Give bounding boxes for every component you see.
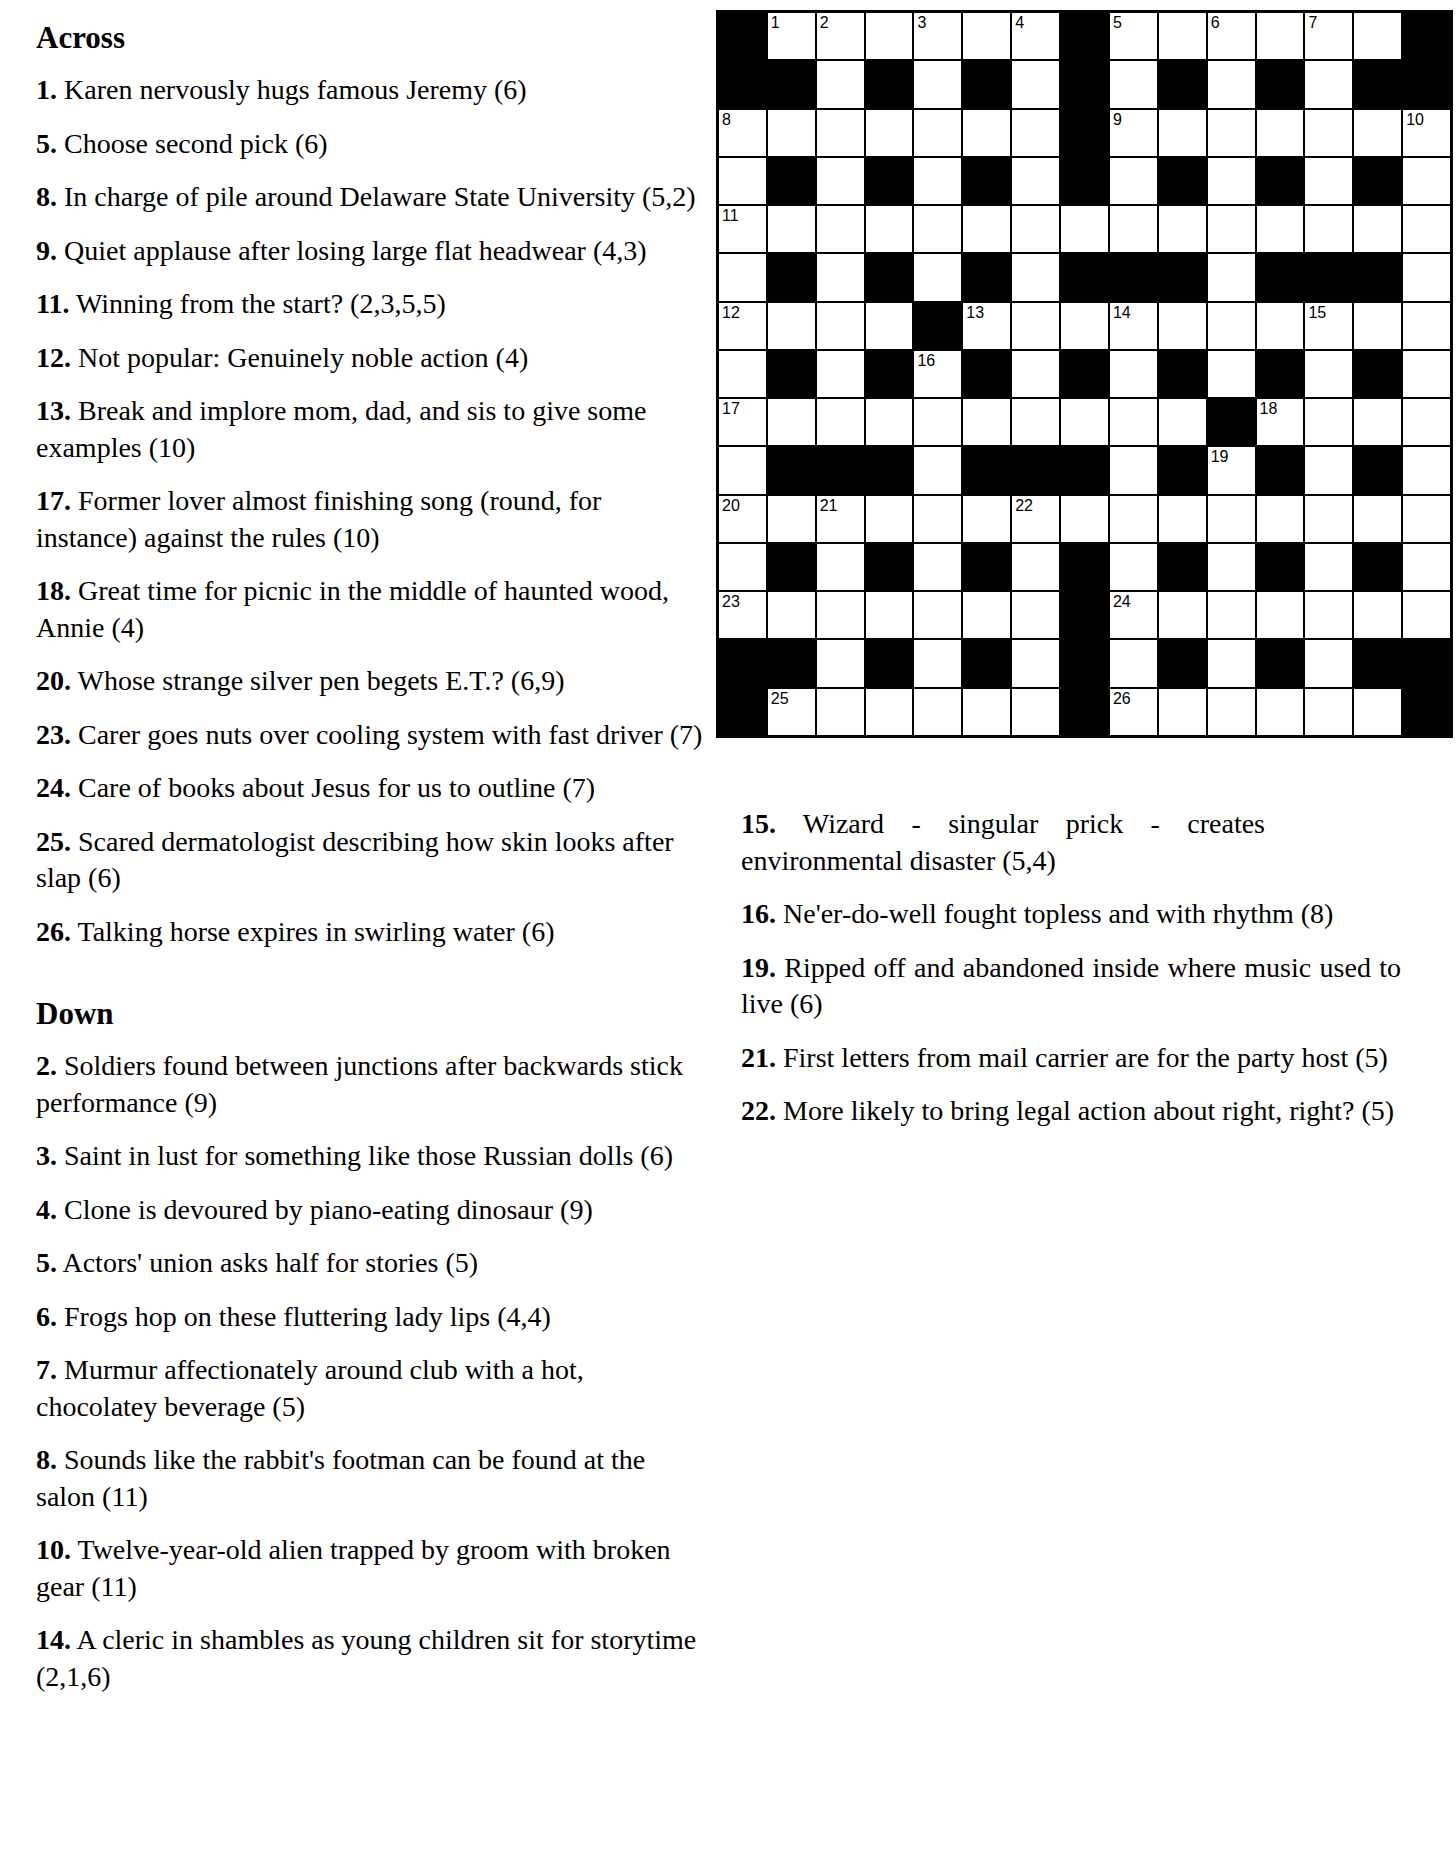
cell-number: 19: [1211, 448, 1229, 466]
cell-r8c4: [866, 351, 913, 397]
cell-number: 17: [722, 400, 740, 418]
clue-number: 23.: [36, 719, 71, 750]
cell-r5c8[interactable]: [1061, 206, 1108, 252]
cell-number: 4: [1015, 14, 1024, 32]
cell-r15c12[interactable]: [1257, 689, 1304, 735]
cell-number: 5: [1113, 14, 1122, 32]
cell-r9c10[interactable]: [1159, 399, 1206, 445]
cell-r3c2[interactable]: [768, 110, 815, 156]
cell-r5c13[interactable]: [1305, 206, 1352, 252]
cell-r10c6: [963, 447, 1010, 493]
cell-r6c15[interactable]: [1403, 254, 1450, 300]
cell-r9c5[interactable]: [914, 399, 961, 445]
cell-number: 11: [722, 207, 739, 225]
cell-r6c12: [1257, 254, 1304, 300]
cell-r10c10: [1159, 447, 1206, 493]
clue-number: 7.: [36, 1354, 57, 1385]
cell-r12c14: [1354, 544, 1401, 590]
cell-r15c11[interactable]: [1208, 689, 1255, 735]
clue-number: 21.: [741, 1042, 776, 1073]
cell-r2c13[interactable]: [1305, 61, 1352, 107]
clue-number: 10.: [36, 1534, 71, 1565]
cell-r13c3[interactable]: [817, 592, 864, 638]
cell-r5c10[interactable]: [1159, 206, 1206, 252]
cell-r6c2: [768, 254, 815, 300]
cell-r5c15[interactable]: [1403, 206, 1450, 252]
cell-r5c4[interactable]: [866, 206, 913, 252]
cell-number: 3: [917, 14, 926, 32]
cell-r5c9[interactable]: [1110, 206, 1157, 252]
cell-r8c1[interactable]: [719, 351, 766, 397]
cell-number: 12: [722, 304, 740, 322]
cell-r10c13[interactable]: [1305, 447, 1352, 493]
cell-r6c4: [866, 254, 913, 300]
cell-r4c1[interactable]: [719, 158, 766, 204]
clue-across-24: 24. Care of books about Jesus for us to …: [36, 770, 708, 807]
cell-r7c4[interactable]: [866, 303, 913, 349]
clue-down_left-3: 3. Saint in lust for something like thos…: [36, 1138, 708, 1175]
clue-across-11: 11. Winning from the start? (2,3,5,5): [36, 286, 708, 323]
cell-r8c12: [1257, 351, 1304, 397]
cell-r15c13[interactable]: [1305, 689, 1352, 735]
clue-number: 4.: [36, 1194, 57, 1225]
cell-r8c2: [768, 351, 815, 397]
cell-r4c4: [866, 158, 913, 204]
cell-r5c5[interactable]: [914, 206, 961, 252]
cell-r6c1[interactable]: [719, 254, 766, 300]
cell-r5c1[interactable]: 11: [719, 206, 766, 252]
clue-across-8: 8. In charge of pile around Delaware Sta…: [36, 179, 708, 216]
cell-r3c14[interactable]: [1354, 110, 1401, 156]
cell-r6c14: [1354, 254, 1401, 300]
cell-r13c12[interactable]: [1257, 592, 1304, 638]
cell-r3c9[interactable]: 9: [1110, 110, 1157, 156]
cell-number: 20: [722, 497, 740, 515]
cell-r4c3[interactable]: [817, 158, 864, 204]
cell-r1c9[interactable]: 5: [1110, 13, 1157, 59]
cell-r10c2: [768, 447, 815, 493]
cell-r13c13[interactable]: [1305, 592, 1352, 638]
cell-r1c14[interactable]: [1354, 13, 1401, 59]
clue-down_left-2: 2. Soldiers found between junctions afte…: [36, 1048, 708, 1121]
clue-down_right-16: 16. Ne'er-do-well fought topless and wit…: [741, 896, 1401, 933]
clue-number: 20.: [36, 665, 71, 696]
clue-down_left-10: 10. Twelve-year-old alien trapped by gro…: [36, 1532, 708, 1605]
cell-r2c8: [1061, 61, 1108, 107]
across-heading: Across: [36, 20, 708, 56]
clue-across-26: 26. Talking horse expires in swirling wa…: [36, 914, 708, 951]
cell-r12c12: [1257, 544, 1304, 590]
clue-number: 15.: [741, 808, 776, 839]
cell-r11c12[interactable]: [1257, 496, 1304, 542]
cell-r1c2[interactable]: 1: [768, 13, 815, 59]
cell-r11c5[interactable]: [914, 496, 961, 542]
cell-r10c9[interactable]: [1110, 447, 1157, 493]
clue-across-13: 13. Break and implore mom, dad, and sis …: [36, 393, 708, 466]
clue-across-1: 1. Karen nervously hugs famous Jeremy (6…: [36, 72, 708, 109]
clue-down_left-5: 5. Actors' union asks half for stories (…: [36, 1245, 708, 1282]
cell-r12c2: [768, 544, 815, 590]
cell-r10c7: [1012, 447, 1059, 493]
cell-r12c6: [963, 544, 1010, 590]
cell-r13c4[interactable]: [866, 592, 913, 638]
cell-r3c4[interactable]: [866, 110, 913, 156]
cell-r8c15[interactable]: [1403, 351, 1450, 397]
cell-r1c7[interactable]: 4: [1012, 13, 1059, 59]
cell-r15c14[interactable]: [1354, 689, 1401, 735]
cell-r9c7[interactable]: [1012, 399, 1059, 445]
cell-r12c13[interactable]: [1305, 544, 1352, 590]
cell-r13c15[interactable]: [1403, 592, 1450, 638]
clue-across-12: 12. Not popular: Genuinely noble action …: [36, 340, 708, 377]
cell-r5c12[interactable]: [1257, 206, 1304, 252]
cell-r11c9[interactable]: [1110, 496, 1157, 542]
clue-down_left-14: 14. A cleric in shambles as young childr…: [36, 1622, 708, 1695]
cell-r4c9[interactable]: [1110, 158, 1157, 204]
cell-r13c8: [1061, 592, 1108, 638]
clue-number: 26.: [36, 916, 71, 947]
cell-r6c13: [1305, 254, 1352, 300]
cell-r14c14: [1354, 640, 1401, 686]
cell-r14c6: [963, 640, 1010, 686]
clue-number: 8.: [36, 1444, 57, 1475]
cell-number: 9: [1113, 111, 1122, 129]
cell-r9c11: [1208, 399, 1255, 445]
cell-r2c14: [1354, 61, 1401, 107]
cell-r3c12[interactable]: [1257, 110, 1304, 156]
cell-r8c5[interactable]: 16: [914, 351, 961, 397]
cell-r2c15: [1403, 61, 1450, 107]
clue-number: 11.: [36, 288, 69, 319]
cell-r15c9[interactable]: 26: [1110, 689, 1157, 735]
cell-r11c13[interactable]: [1305, 496, 1352, 542]
cell-r7c10[interactable]: [1159, 303, 1206, 349]
cell-r13c2[interactable]: [768, 592, 815, 638]
cell-r3c7[interactable]: [1012, 110, 1059, 156]
cell-number: 26: [1113, 690, 1131, 708]
cell-r6c8: [1061, 254, 1108, 300]
cell-r8c13[interactable]: [1305, 351, 1352, 397]
cell-r13c5[interactable]: [914, 592, 961, 638]
cell-r3c13[interactable]: [1305, 110, 1352, 156]
cell-r9c6[interactable]: [963, 399, 1010, 445]
cell-r9c4[interactable]: [866, 399, 913, 445]
cell-r4c13[interactable]: [1305, 158, 1352, 204]
cell-r14c8: [1061, 640, 1108, 686]
cell-number: 6: [1211, 14, 1220, 32]
cell-r7c12[interactable]: [1257, 303, 1304, 349]
cell-r7c14[interactable]: [1354, 303, 1401, 349]
cell-r15c6[interactable]: [963, 689, 1010, 735]
cell-number: 2: [820, 14, 829, 32]
cell-r11c4[interactable]: [866, 496, 913, 542]
clue-number: 9.: [36, 235, 57, 266]
clue-across-18: 18. Great time for picnic in the middle …: [36, 573, 708, 646]
cell-r4c14: [1354, 158, 1401, 204]
cell-r8c7[interactable]: [1012, 351, 1059, 397]
cell-r3c5[interactable]: [914, 110, 961, 156]
cell-r11c14[interactable]: [1354, 496, 1401, 542]
clues-right-column: 15. Wizard - singular prick - creates en…: [741, 806, 1401, 1147]
cell-r1c5[interactable]: 3: [914, 13, 961, 59]
cell-r14c15: [1403, 640, 1450, 686]
cell-r5c7[interactable]: [1012, 206, 1059, 252]
clue-number: 5.: [36, 128, 57, 159]
down-clues-list-left: 2. Soldiers found between junctions afte…: [36, 1048, 708, 1695]
clue-number: 16.: [741, 898, 776, 929]
clue-down_left-6: 6. Frogs hop on these fluttering lady li…: [36, 1299, 708, 1336]
cell-r3c10[interactable]: [1159, 110, 1206, 156]
cell-r15c1: [719, 689, 766, 735]
cell-r7c7[interactable]: [1012, 303, 1059, 349]
clue-number: 17.: [36, 485, 71, 516]
cell-r9c12[interactable]: 18: [1257, 399, 1304, 445]
cell-number: 18: [1260, 400, 1278, 418]
crossword-grid: 1234567891011121314151617181920212223242…: [716, 10, 1453, 738]
cell-r11c6[interactable]: [963, 496, 1010, 542]
cell-r8c11[interactable]: [1208, 351, 1255, 397]
cell-r7c9[interactable]: 14: [1110, 303, 1157, 349]
cell-r15c15: [1403, 689, 1450, 735]
cell-r1c12[interactable]: [1257, 13, 1304, 59]
cell-r2c11[interactable]: [1208, 61, 1255, 107]
cell-r6c7[interactable]: [1012, 254, 1059, 300]
clues-left-column: Across 1. Karen nervously hugs famous Je…: [36, 20, 708, 1712]
cell-r7c15[interactable]: [1403, 303, 1450, 349]
cell-number: 22: [1015, 497, 1033, 515]
cell-r1c3[interactable]: 2: [817, 13, 864, 59]
clue-number: 5.: [36, 1247, 57, 1278]
cell-r14c12: [1257, 640, 1304, 686]
cell-r3c11[interactable]: [1208, 110, 1255, 156]
cell-r4c7[interactable]: [1012, 158, 1059, 204]
cell-r2c3[interactable]: [817, 61, 864, 107]
cell-number: 8: [722, 111, 731, 129]
cell-r4c2: [768, 158, 815, 204]
cell-r10c11[interactable]: 19: [1208, 447, 1255, 493]
clue-down_right-19: 19. Ripped off and abandoned inside wher…: [741, 950, 1401, 1023]
cell-r4c11[interactable]: [1208, 158, 1255, 204]
clue-down_left-7: 7. Murmur affectionately around club wit…: [36, 1352, 708, 1425]
cell-r10c15[interactable]: [1403, 447, 1450, 493]
cell-r12c9[interactable]: [1110, 544, 1157, 590]
cell-r15c8: [1061, 689, 1108, 735]
cell-r2c10: [1159, 61, 1206, 107]
cell-r11c15[interactable]: [1403, 496, 1450, 542]
cell-r9c13[interactable]: [1305, 399, 1352, 445]
clue-down_right-21: 21. First letters from mail carrier are …: [741, 1040, 1401, 1077]
cell-r8c10: [1159, 351, 1206, 397]
cell-r4c6: [963, 158, 1010, 204]
clue-across-17: 17. Former lover almost finishing song (…: [36, 483, 708, 556]
cell-r2c5[interactable]: [914, 61, 961, 107]
cell-r7c3[interactable]: [817, 303, 864, 349]
across-clues-list: 1. Karen nervously hugs famous Jeremy (6…: [36, 72, 708, 950]
cell-r2c9[interactable]: [1110, 61, 1157, 107]
cell-r12c10: [1159, 544, 1206, 590]
cell-r8c6: [963, 351, 1010, 397]
cell-r1c1: [719, 13, 766, 59]
cell-r2c7[interactable]: [1012, 61, 1059, 107]
clue-down_left-8: 8. Sounds like the rabbit's footman can …: [36, 1442, 708, 1515]
cell-r8c3[interactable]: [817, 351, 864, 397]
cell-r12c7[interactable]: [1012, 544, 1059, 590]
cell-r14c10: [1159, 640, 1206, 686]
cell-number: 21: [820, 497, 838, 515]
cell-r10c8: [1061, 447, 1108, 493]
cell-number: 15: [1308, 304, 1326, 322]
cell-r8c9[interactable]: [1110, 351, 1157, 397]
cell-r14c4: [866, 640, 913, 686]
down-heading: Down: [36, 996, 708, 1032]
cell-r10c14: [1354, 447, 1401, 493]
cell-r8c14: [1354, 351, 1401, 397]
cell-r14c9[interactable]: [1110, 640, 1157, 686]
cell-r12c5[interactable]: [914, 544, 961, 590]
clue-number: 22.: [741, 1095, 776, 1126]
clue-down_right-15: 15. Wizard - singular prick - creates en…: [741, 806, 1265, 879]
cell-number: 14: [1113, 304, 1131, 322]
cell-r9c14[interactable]: [1354, 399, 1401, 445]
cell-r7c2[interactable]: [768, 303, 815, 349]
cell-r13c11[interactable]: [1208, 592, 1255, 638]
cell-number: 23: [722, 593, 740, 611]
cell-r3c15[interactable]: 10: [1403, 110, 1450, 156]
cell-r14c3[interactable]: [817, 640, 864, 686]
cell-r10c5[interactable]: [914, 447, 961, 493]
cell-r13c7[interactable]: [1012, 592, 1059, 638]
cell-r7c8[interactable]: [1061, 303, 1108, 349]
cell-r9c2[interactable]: [768, 399, 815, 445]
cell-r5c2[interactable]: [768, 206, 815, 252]
cell-r7c1[interactable]: 12: [719, 303, 766, 349]
cell-r12c8: [1061, 544, 1108, 590]
cell-r11c7[interactable]: 22: [1012, 496, 1059, 542]
cell-r10c4: [866, 447, 913, 493]
clue-down_left-4: 4. Clone is devoured by piano-eating din…: [36, 1192, 708, 1229]
clue-across-9: 9. Quiet applause after losing large fla…: [36, 233, 708, 270]
cell-r3c3[interactable]: [817, 110, 864, 156]
cell-r6c9: [1110, 254, 1157, 300]
cell-r13c14[interactable]: [1354, 592, 1401, 638]
cell-r4c12: [1257, 158, 1304, 204]
cell-r15c4[interactable]: [866, 689, 913, 735]
cell-r7c6[interactable]: 13: [963, 303, 1010, 349]
cell-r13c10[interactable]: [1159, 592, 1206, 638]
cell-r15c10[interactable]: [1159, 689, 1206, 735]
clue-number: 8.: [36, 181, 57, 212]
cell-r3c8: [1061, 110, 1108, 156]
clue-number: 13.: [36, 395, 71, 426]
cell-r4c5[interactable]: [914, 158, 961, 204]
cell-r15c5[interactable]: [914, 689, 961, 735]
cell-r15c2[interactable]: 25: [768, 689, 815, 735]
cell-r13c9[interactable]: 24: [1110, 592, 1157, 638]
cell-r12c11[interactable]: [1208, 544, 1255, 590]
cell-r12c4: [866, 544, 913, 590]
cell-r12c15[interactable]: [1403, 544, 1450, 590]
cell-r12c1[interactable]: [719, 544, 766, 590]
cell-r7c13[interactable]: 15: [1305, 303, 1352, 349]
cell-r13c6[interactable]: [963, 592, 1010, 638]
cell-r7c11[interactable]: [1208, 303, 1255, 349]
cell-r1c11[interactable]: 6: [1208, 13, 1255, 59]
cell-r1c15: [1403, 13, 1450, 59]
cell-r14c5[interactable]: [914, 640, 961, 686]
cell-r14c2: [768, 640, 815, 686]
clue-across-5: 5. Choose second pick (6): [36, 126, 708, 163]
cell-r1c13[interactable]: 7: [1305, 13, 1352, 59]
cell-r9c1[interactable]: 17: [719, 399, 766, 445]
cell-r14c7[interactable]: [1012, 640, 1059, 686]
cell-r6c11[interactable]: [1208, 254, 1255, 300]
clue-across-20: 20. Whose strange silver pen begets E.T.…: [36, 663, 708, 700]
clue-down_right-22: 22. More likely to bring legal action ab…: [741, 1093, 1401, 1130]
cell-r15c7[interactable]: [1012, 689, 1059, 735]
cell-r10c3: [817, 447, 864, 493]
cell-r11c8[interactable]: [1061, 496, 1108, 542]
cell-r9c9[interactable]: [1110, 399, 1157, 445]
cell-r14c1: [719, 640, 766, 686]
cell-r7c5: [914, 303, 961, 349]
down-clues-list-right: 15. Wizard - singular prick - creates en…: [741, 806, 1401, 1130]
cell-r1c8: [1061, 13, 1108, 59]
cell-r1c6[interactable]: [963, 13, 1010, 59]
clue-number: 25.: [36, 826, 71, 857]
cell-r9c8[interactable]: [1061, 399, 1108, 445]
cell-number: 24: [1113, 593, 1131, 611]
clue-number: 6.: [36, 1301, 57, 1332]
cell-r3c6[interactable]: [963, 110, 1010, 156]
cell-r11c10[interactable]: [1159, 496, 1206, 542]
cell-r6c6: [963, 254, 1010, 300]
cell-r12c3[interactable]: [817, 544, 864, 590]
cell-r5c11[interactable]: [1208, 206, 1255, 252]
cell-r5c3[interactable]: [817, 206, 864, 252]
cell-number: 25: [771, 690, 789, 708]
cell-r6c5[interactable]: [914, 254, 961, 300]
cell-r14c11[interactable]: [1208, 640, 1255, 686]
cell-r2c12: [1257, 61, 1304, 107]
cell-r11c1[interactable]: 20: [719, 496, 766, 542]
cell-r13c1[interactable]: 23: [719, 592, 766, 638]
cell-r9c15[interactable]: [1403, 399, 1450, 445]
cell-r1c10[interactable]: [1159, 13, 1206, 59]
clue-number: 2.: [36, 1050, 57, 1081]
cell-r5c14[interactable]: [1354, 206, 1401, 252]
cell-r1c4[interactable]: [866, 13, 913, 59]
cell-r14c13[interactable]: [1305, 640, 1352, 686]
cell-r10c1[interactable]: [719, 447, 766, 493]
cell-r2c4: [866, 61, 913, 107]
cell-r4c15[interactable]: [1403, 158, 1450, 204]
cell-r15c3[interactable]: [817, 689, 864, 735]
cell-r6c3[interactable]: [817, 254, 864, 300]
cell-r11c11[interactable]: [1208, 496, 1255, 542]
cell-r9c3[interactable]: [817, 399, 864, 445]
cell-r11c2[interactable]: [768, 496, 815, 542]
clue-across-25: 25. Scared dermatologist describing how …: [36, 824, 708, 897]
clue-number: 1.: [36, 74, 57, 105]
cell-r11c3[interactable]: 21: [817, 496, 864, 542]
cell-number: 10: [1406, 111, 1424, 129]
cell-r5c6[interactable]: [963, 206, 1010, 252]
cell-r2c6: [963, 61, 1010, 107]
cell-r3c1[interactable]: 8: [719, 110, 766, 156]
cell-r8c8: [1061, 351, 1108, 397]
cell-r4c10: [1159, 158, 1206, 204]
cell-number: 7: [1308, 14, 1317, 32]
